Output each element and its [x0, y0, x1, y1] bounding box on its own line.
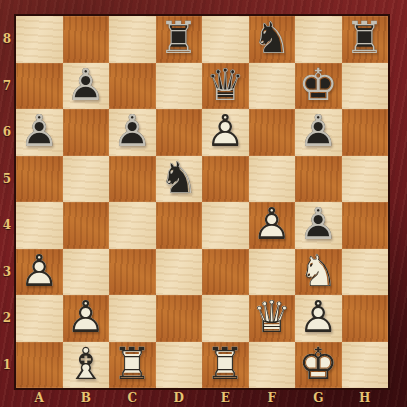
square-b6[interactable] — [63, 109, 110, 156]
file-label-a: A — [16, 388, 63, 407]
square-h2[interactable] — [342, 295, 389, 342]
white-queen-glyph: ♛ — [249, 295, 296, 339]
square-a2[interactable] — [16, 295, 63, 342]
square-d1[interactable] — [156, 342, 203, 389]
white-rook-glyph: ♜ — [109, 342, 156, 386]
square-g6[interactable]: ♟♙ — [295, 109, 342, 156]
black-knight-outline: ♘ — [249, 16, 296, 60]
square-a3[interactable]: ♟♙ — [16, 249, 63, 296]
rank-labels: 87654321 — [0, 16, 14, 388]
file-label-g: G — [295, 388, 342, 407]
rank-label-7: 7 — [0, 63, 14, 110]
white-rook-glyph: ♜ — [202, 342, 249, 386]
square-b1[interactable]: ♝♗ — [63, 342, 110, 389]
square-f8[interactable]: ♞♘ — [249, 16, 296, 63]
piece-white-pawn[interactable]: ♟♙ — [16, 249, 63, 296]
white-pawn-glyph: ♟ — [249, 202, 296, 246]
square-f4[interactable]: ♟♙ — [249, 202, 296, 249]
square-a5[interactable] — [16, 156, 63, 203]
square-g7[interactable]: ♚♔ — [295, 63, 342, 110]
file-labels: ABCDEFGH — [16, 388, 388, 407]
file-label-h: H — [342, 388, 389, 407]
square-g3[interactable]: ♞♘ — [295, 249, 342, 296]
piece-white-rook[interactable]: ♜♖ — [202, 342, 249, 389]
square-c7[interactable] — [109, 63, 156, 110]
square-d4[interactable] — [156, 202, 203, 249]
black-rook-glyph: ♜ — [156, 16, 203, 60]
rank-label-1: 1 — [0, 342, 14, 389]
square-d5[interactable]: ♞♘ — [156, 156, 203, 203]
square-h1[interactable] — [342, 342, 389, 389]
square-h6[interactable] — [342, 109, 389, 156]
black-pawn-glyph: ♟ — [295, 202, 342, 246]
black-pawn-glyph: ♟ — [16, 109, 63, 153]
piece-black-knight[interactable]: ♞♘ — [249, 16, 296, 63]
square-f5[interactable] — [249, 156, 296, 203]
white-pawn-outline: ♙ — [63, 295, 110, 339]
square-f7[interactable] — [249, 63, 296, 110]
square-h7[interactable] — [342, 63, 389, 110]
square-e3[interactable] — [202, 249, 249, 296]
square-a6[interactable]: ♟♙ — [16, 109, 63, 156]
white-knight-outline: ♘ — [295, 249, 342, 293]
square-c1[interactable]: ♜♖ — [109, 342, 156, 389]
white-knight-glyph: ♞ — [295, 249, 342, 293]
square-c5[interactable] — [109, 156, 156, 203]
piece-black-pawn[interactable]: ♟♙ — [16, 109, 63, 156]
black-pawn-outline: ♙ — [295, 202, 342, 246]
square-d8[interactable]: ♜♖ — [156, 16, 203, 63]
square-e5[interactable] — [202, 156, 249, 203]
piece-white-queen[interactable]: ♛♕ — [249, 295, 296, 342]
black-knight-outline: ♘ — [156, 156, 203, 200]
black-pawn-outline: ♙ — [295, 109, 342, 153]
black-pawn-outline: ♙ — [109, 109, 156, 153]
square-a4[interactable] — [16, 202, 63, 249]
piece-black-pawn[interactable]: ♟♙ — [295, 202, 342, 249]
square-g1[interactable]: ♚♔ — [295, 342, 342, 389]
file-label-e: E — [202, 388, 249, 407]
piece-black-rook[interactable]: ♜♖ — [156, 16, 203, 63]
chess-app: 87654321 ABCDEFGH ♜♖♞♘♜♖♟♙♛♕♚♔♟♙♟♙♟♙♟♙♞♘… — [0, 0, 407, 407]
square-e1[interactable]: ♜♖ — [202, 342, 249, 389]
rank-label-2: 2 — [0, 295, 14, 342]
piece-white-pawn[interactable]: ♟♙ — [202, 109, 249, 156]
piece-black-king[interactable]: ♚♔ — [295, 63, 342, 110]
square-b8[interactable] — [63, 16, 110, 63]
square-h5[interactable] — [342, 156, 389, 203]
square-e7[interactable]: ♛♕ — [202, 63, 249, 110]
black-knight-glyph: ♞ — [156, 156, 203, 200]
square-f3[interactable] — [249, 249, 296, 296]
square-b4[interactable] — [63, 202, 110, 249]
black-queen-glyph: ♛ — [202, 63, 249, 107]
square-d7[interactable] — [156, 63, 203, 110]
file-label-c: C — [109, 388, 156, 407]
black-queen-outline: ♕ — [202, 63, 249, 107]
file-label-d: D — [156, 388, 203, 407]
piece-black-rook[interactable]: ♜♖ — [342, 16, 389, 63]
square-a7[interactable] — [16, 63, 63, 110]
square-d2[interactable] — [156, 295, 203, 342]
piece-black-knight[interactable]: ♞♘ — [156, 156, 203, 203]
square-c3[interactable] — [109, 249, 156, 296]
rank-label-3: 3 — [0, 249, 14, 296]
black-pawn-outline: ♙ — [16, 109, 63, 153]
black-rook-glyph: ♜ — [342, 16, 389, 60]
black-king-glyph: ♚ — [295, 63, 342, 107]
black-rook-outline: ♖ — [156, 16, 203, 60]
square-b5[interactable] — [63, 156, 110, 203]
piece-white-pawn[interactable]: ♟♙ — [63, 295, 110, 342]
white-bishop-glyph: ♝ — [63, 342, 110, 386]
piece-white-bishop[interactable]: ♝♗ — [63, 342, 110, 389]
white-king-glyph: ♚ — [295, 342, 342, 386]
square-g2[interactable]: ♟♙ — [295, 295, 342, 342]
square-c2[interactable] — [109, 295, 156, 342]
square-h3[interactable] — [342, 249, 389, 296]
rank-label-8: 8 — [0, 16, 14, 63]
square-e2[interactable] — [202, 295, 249, 342]
square-h8[interactable]: ♜♖ — [342, 16, 389, 63]
square-f2[interactable]: ♛♕ — [249, 295, 296, 342]
piece-black-pawn[interactable]: ♟♙ — [63, 63, 110, 110]
square-c8[interactable] — [109, 16, 156, 63]
piece-white-pawn[interactable]: ♟♙ — [295, 295, 342, 342]
file-label-f: F — [249, 388, 296, 407]
square-f1[interactable] — [249, 342, 296, 389]
black-king-outline: ♔ — [295, 63, 342, 107]
square-a8[interactable] — [16, 16, 63, 63]
square-a1[interactable] — [16, 342, 63, 389]
white-pawn-outline: ♙ — [295, 295, 342, 339]
black-pawn-glyph: ♟ — [295, 109, 342, 153]
square-b7[interactable]: ♟♙ — [63, 63, 110, 110]
square-c4[interactable] — [109, 202, 156, 249]
piece-black-pawn[interactable]: ♟♙ — [295, 109, 342, 156]
piece-white-pawn[interactable]: ♟♙ — [249, 202, 296, 249]
rank-label-4: 4 — [0, 202, 14, 249]
white-king-outline: ♔ — [295, 342, 342, 386]
square-h4[interactable] — [342, 202, 389, 249]
square-e4[interactable] — [202, 202, 249, 249]
white-pawn-glyph: ♟ — [63, 295, 110, 339]
white-rook-outline: ♖ — [202, 342, 249, 386]
white-pawn-outline: ♙ — [249, 202, 296, 246]
square-b3[interactable] — [63, 249, 110, 296]
square-d3[interactable] — [156, 249, 203, 296]
black-rook-outline: ♖ — [342, 16, 389, 60]
file-label-b: B — [63, 388, 110, 407]
white-pawn-outline: ♙ — [202, 109, 249, 153]
black-pawn-outline: ♙ — [63, 63, 110, 107]
square-d6[interactable] — [156, 109, 203, 156]
white-bishop-outline: ♗ — [63, 342, 110, 386]
chess-board: ♜♖♞♘♜♖♟♙♛♕♚♔♟♙♟♙♟♙♟♙♞♘♟♙♟♙♟♙♞♘♟♙♛♕♟♙♝♗♜♖… — [16, 16, 388, 388]
black-pawn-glyph: ♟ — [63, 63, 110, 107]
square-f6[interactable] — [249, 109, 296, 156]
square-g5[interactable] — [295, 156, 342, 203]
rank-label-6: 6 — [0, 109, 14, 156]
piece-black-queen[interactable]: ♛♕ — [202, 63, 249, 110]
white-pawn-outline: ♙ — [16, 249, 63, 293]
white-pawn-glyph: ♟ — [295, 295, 342, 339]
square-g8[interactable] — [295, 16, 342, 63]
white-queen-outline: ♕ — [249, 295, 296, 339]
square-b2[interactable]: ♟♙ — [63, 295, 110, 342]
rank-label-5: 5 — [0, 156, 14, 203]
square-e6[interactable]: ♟♙ — [202, 109, 249, 156]
white-pawn-glyph: ♟ — [202, 109, 249, 153]
piece-white-rook[interactable]: ♜♖ — [109, 342, 156, 389]
white-pawn-glyph: ♟ — [16, 249, 63, 293]
piece-black-pawn[interactable]: ♟♙ — [109, 109, 156, 156]
square-e8[interactable] — [202, 16, 249, 63]
white-rook-outline: ♖ — [109, 342, 156, 386]
square-c6[interactable]: ♟♙ — [109, 109, 156, 156]
piece-white-king[interactable]: ♚♔ — [295, 342, 342, 389]
black-knight-glyph: ♞ — [249, 16, 296, 60]
square-g4[interactable]: ♟♙ — [295, 202, 342, 249]
piece-white-knight[interactable]: ♞♘ — [295, 249, 342, 296]
black-pawn-glyph: ♟ — [109, 109, 156, 153]
